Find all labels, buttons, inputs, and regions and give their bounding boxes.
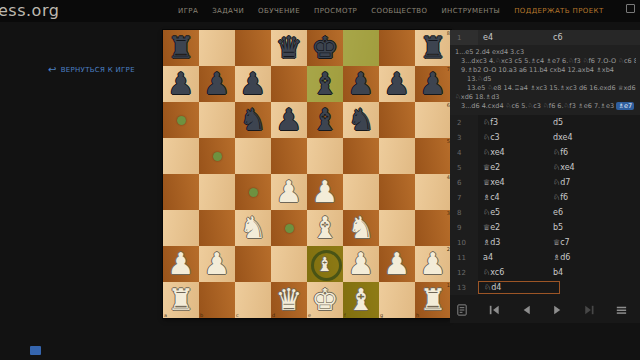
square-h3[interactable]: 3 bbox=[415, 210, 451, 246]
square-b3[interactable] bbox=[199, 210, 235, 246]
square-h6[interactable]: 6 bbox=[415, 102, 451, 138]
square-h2[interactable]: ♟2 bbox=[415, 246, 451, 282]
square-d5[interactable] bbox=[271, 138, 307, 174]
square-h8[interactable]: ♜8 bbox=[415, 30, 451, 66]
highlight-f8 bbox=[343, 30, 379, 66]
black-pawn: ♟ bbox=[235, 66, 271, 102]
move-number: 8 bbox=[450, 205, 478, 220]
square-b8[interactable] bbox=[199, 30, 235, 66]
black-move[interactable]: ♘f6 bbox=[548, 193, 640, 202]
square-g2[interactable]: ♟ bbox=[379, 246, 415, 282]
white-move[interactable]: ♘c3 bbox=[478, 131, 548, 144]
move-row-1: 1e4c6 bbox=[450, 30, 640, 45]
black-move[interactable]: c6 bbox=[548, 33, 640, 42]
white-rook: ♜ bbox=[415, 282, 451, 318]
square-a7[interactable]: ♟ bbox=[163, 66, 199, 102]
go-last-icon[interactable] bbox=[582, 303, 596, 317]
move-row-2: 2♘f3d5 bbox=[450, 115, 640, 130]
square-f6[interactable]: ♞ bbox=[343, 102, 379, 138]
white-pawn: ♟ bbox=[415, 246, 451, 282]
fullscreen-icon[interactable] bbox=[626, 4, 635, 13]
square-b1[interactable]: b bbox=[199, 282, 235, 318]
file-label: b bbox=[200, 312, 203, 318]
black-rook: ♜ bbox=[163, 30, 199, 66]
square-e6[interactable]: ♝ bbox=[307, 102, 343, 138]
square-f2[interactable]: ♟ bbox=[343, 246, 379, 282]
black-move[interactable]: ♘f6 bbox=[548, 148, 640, 157]
move-number: 6 bbox=[450, 175, 478, 190]
square-h1[interactable]: ♜1h bbox=[415, 282, 451, 318]
go-previous-icon[interactable] bbox=[519, 303, 533, 317]
square-b7[interactable]: ♟ bbox=[199, 66, 235, 102]
white-move[interactable]: e4 bbox=[478, 31, 548, 44]
rank-label: 8 bbox=[447, 30, 450, 36]
white-rook: ♜ bbox=[163, 282, 199, 318]
black-pawn: ♟ bbox=[199, 66, 235, 102]
black-move[interactable]: ♘d7 bbox=[548, 178, 640, 187]
square-d6[interactable]: ♟ bbox=[271, 102, 307, 138]
highlight-f1 bbox=[343, 282, 379, 318]
move-number: 12 bbox=[450, 265, 478, 280]
square-e2[interactable]: ♝ bbox=[307, 246, 343, 282]
white-queen: ♛ bbox=[271, 282, 307, 318]
black-pawn: ♟ bbox=[415, 66, 451, 102]
square-g3[interactable] bbox=[379, 210, 415, 246]
white-move[interactable]: ♘xc6 bbox=[478, 266, 548, 279]
square-h4[interactable]: 4 bbox=[415, 174, 451, 210]
square-b2[interactable]: ♟ bbox=[199, 246, 235, 282]
square-c6[interactable]: ♞ bbox=[235, 102, 271, 138]
square-a6[interactable] bbox=[163, 102, 199, 138]
white-king: ♚ bbox=[307, 282, 343, 318]
square-a2[interactable]: ♟ bbox=[163, 246, 199, 282]
square-c3[interactable]: ♞ bbox=[235, 210, 271, 246]
back-to-game-label: ВЕРНУТЬСЯ К ИГРЕ bbox=[61, 66, 135, 74]
move-number: 9 bbox=[450, 220, 478, 235]
move-number: 4 bbox=[450, 145, 478, 160]
square-f5[interactable] bbox=[343, 138, 379, 174]
variation-block: 1...e5 2.d4 exd4 3.c33...dxc3 4.♘xc3 c5 … bbox=[450, 45, 640, 115]
white-pawn: ♟ bbox=[343, 246, 379, 282]
file-label: g bbox=[380, 312, 383, 318]
square-a1[interactable]: ♜a bbox=[163, 282, 199, 318]
black-move[interactable]: ♘xe4 bbox=[548, 163, 640, 172]
square-b5[interactable] bbox=[199, 138, 235, 174]
square-g8[interactable] bbox=[379, 30, 415, 66]
square-a5[interactable] bbox=[163, 138, 199, 174]
move-row-9: 9♕e2b5 bbox=[450, 220, 640, 235]
nav-item[interactable]: ИГРА bbox=[178, 7, 198, 15]
go-first-icon[interactable] bbox=[487, 303, 501, 317]
square-g6[interactable] bbox=[379, 102, 415, 138]
black-pawn: ♟ bbox=[163, 66, 199, 102]
move-hint-dot bbox=[285, 224, 294, 233]
site-logo[interactable]: ess.org bbox=[0, 0, 59, 22]
move-list: 1e4c61...e5 2.d4 exd4 3.c33...dxc3 4.♘xc… bbox=[450, 30, 640, 295]
highlight-e7 bbox=[307, 66, 343, 102]
square-d1[interactable]: ♛d bbox=[271, 282, 307, 318]
white-move[interactable]: ♕e2 bbox=[478, 221, 548, 234]
white-move[interactable]: ♗c4 bbox=[478, 191, 548, 204]
square-c8[interactable] bbox=[235, 30, 271, 66]
file-label: e bbox=[308, 312, 311, 318]
square-f3[interactable]: ♞ bbox=[343, 210, 379, 246]
square-g5[interactable] bbox=[379, 138, 415, 174]
chess-board: ♜♛♚♜8♟♟♟♝♟♟♟7♞♟♝♞65♟♟4♞♝♞3♟♟♝♟♟♟2♜abc♛d♚… bbox=[163, 30, 451, 318]
black-move[interactable]: e6 bbox=[548, 208, 640, 217]
black-move[interactable]: b5 bbox=[548, 223, 640, 232]
move-list-panel: 1e4c61...e5 2.d4 exd4 3.c33...dxc3 4.♘xc… bbox=[450, 30, 640, 323]
square-c5[interactable] bbox=[235, 138, 271, 174]
black-pawn: ♟ bbox=[379, 66, 415, 102]
white-move[interactable]: ♗d3 bbox=[478, 236, 548, 249]
move-number: 11 bbox=[450, 250, 478, 265]
rank-label: 4 bbox=[447, 174, 450, 180]
square-c1[interactable]: c bbox=[235, 282, 271, 318]
square-c7[interactable]: ♟ bbox=[235, 66, 271, 102]
variation-text: 3...dxc3 4.♘xc3 c5 5.♗c4 ♗e7 6.♘f3 ♘f6 7… bbox=[461, 57, 636, 65]
move-hint-dot bbox=[177, 116, 186, 125]
rank-label: 1 bbox=[447, 282, 450, 288]
variation-line[interactable]: 13.e5 ♘e8 14.♖a4 ♗xc3 15.♗xc3 d6 16.exd6… bbox=[452, 84, 636, 93]
square-e5[interactable] bbox=[307, 138, 343, 174]
variation-line[interactable]: 13.♘d5 bbox=[452, 75, 636, 84]
variation-text: 13.e5 ♘e8 14.♖a4 ♗xc3 15.♗xc3 d6 16.exd6… bbox=[467, 84, 636, 92]
black-rook: ♜ bbox=[415, 30, 451, 66]
move-row-13: 13♘d4 bbox=[450, 280, 640, 295]
square-f4[interactable] bbox=[343, 174, 379, 210]
nav-item[interactable]: ПРОСМОТР bbox=[314, 7, 357, 15]
move-hint-dot bbox=[213, 152, 222, 161]
dragged-white-bishop: ♝ bbox=[307, 246, 343, 282]
top-navbar: ess.org ИГРАЗАДАЧИОБУЧЕНИЕПРОСМОТРСООБЩЕ… bbox=[0, 0, 640, 22]
square-g1[interactable]: g bbox=[379, 282, 415, 318]
file-label: a bbox=[164, 312, 167, 318]
move-number: 13 bbox=[450, 280, 478, 295]
white-pawn: ♟ bbox=[199, 246, 235, 282]
white-pawn: ♟ bbox=[163, 246, 199, 282]
rank-label: 7 bbox=[447, 66, 450, 72]
square-e8[interactable]: ♚ bbox=[307, 30, 343, 66]
square-a4[interactable] bbox=[163, 174, 199, 210]
white-knight: ♞ bbox=[343, 210, 379, 246]
square-f8[interactable] bbox=[343, 30, 379, 66]
black-king: ♚ bbox=[307, 30, 343, 66]
variation-text: 1...e5 2.d4 exd4 3.c3 bbox=[455, 48, 524, 56]
square-b4[interactable] bbox=[199, 174, 235, 210]
square-b6[interactable] bbox=[199, 102, 235, 138]
square-d7[interactable] bbox=[271, 66, 307, 102]
rank-label: 2 bbox=[447, 246, 450, 252]
black-knight: ♞ bbox=[235, 102, 271, 138]
white-pawn: ♟ bbox=[271, 174, 307, 210]
move-row-12: 12♘xc6b4 bbox=[450, 265, 640, 280]
white-move[interactable]: ♘e5 bbox=[478, 206, 548, 219]
square-d2[interactable] bbox=[271, 246, 307, 282]
move-number: 3 bbox=[450, 130, 478, 145]
move-row-5: 5♕e2♘xe4 bbox=[450, 160, 640, 175]
square-d4[interactable]: ♟ bbox=[271, 174, 307, 210]
square-f7[interactable]: ♟ bbox=[343, 66, 379, 102]
file-label: d bbox=[272, 312, 275, 318]
file-label: h bbox=[416, 312, 419, 318]
square-a8[interactable]: ♜ bbox=[163, 30, 199, 66]
variation-text: 9.♗b2 O-O 10.a3 a6 11.b4 cxb4 12.axb4 ♗x… bbox=[461, 66, 614, 74]
white-move[interactable]: a4 bbox=[478, 251, 548, 264]
variation-line[interactable]: 3...dxc3 4.♘xc3 c5 5.♗c4 ♗e7 6.♘f3 ♘f6 7… bbox=[452, 57, 636, 66]
white-move[interactable]: ♕e2 bbox=[478, 161, 548, 174]
rank-label: 3 bbox=[447, 210, 450, 216]
square-h5[interactable]: 5 bbox=[415, 138, 451, 174]
move-number: 1 bbox=[450, 30, 478, 45]
white-move[interactable]: ♘d4 bbox=[478, 281, 560, 294]
variation-line[interactable]: 1...e5 2.d4 exd4 3.c3 bbox=[452, 48, 636, 57]
nav-item[interactable]: СООБЩЕСТВО bbox=[371, 7, 427, 15]
feedback-icon[interactable] bbox=[30, 346, 41, 355]
square-e1[interactable]: ♚e bbox=[307, 282, 343, 318]
playback-controls bbox=[450, 301, 640, 319]
square-g4[interactable] bbox=[379, 174, 415, 210]
move-row-8: 8♘e5e6 bbox=[450, 205, 640, 220]
black-knight: ♞ bbox=[343, 102, 379, 138]
go-next-icon[interactable] bbox=[550, 303, 564, 317]
move-row-6: 6♕xe4♘d7 bbox=[450, 175, 640, 190]
black-move[interactable]: d5 bbox=[548, 118, 640, 127]
variation-line[interactable]: 9.♗b2 O-O 10.a3 a6 11.b4 cxb4 12.axb4 ♗x… bbox=[452, 66, 636, 75]
return-arrow-icon: ↩ bbox=[48, 66, 57, 74]
move-number: 2 bbox=[450, 115, 478, 130]
square-c2[interactable] bbox=[235, 246, 271, 282]
rank-label: 6 bbox=[447, 102, 450, 108]
move-number: 5 bbox=[450, 160, 478, 175]
black-move[interactable]: b4 bbox=[548, 268, 640, 277]
white-move[interactable]: ♘f3 bbox=[478, 116, 548, 129]
square-d3[interactable] bbox=[271, 210, 307, 246]
current-variation-move[interactable]: ♗e7 bbox=[616, 102, 634, 110]
variation-line[interactable]: 3...d6 4.cxd4 ♘c6 5.♘c3 ♘f6 6.♘f3 ♗e6 7.… bbox=[452, 102, 636, 111]
menu-icon[interactable] bbox=[614, 303, 628, 317]
notation-book-icon[interactable] bbox=[455, 303, 469, 317]
move-row-11: 11a4♗d6 bbox=[450, 250, 640, 265]
square-e3[interactable]: ♝ bbox=[307, 210, 343, 246]
black-pawn: ♟ bbox=[271, 102, 307, 138]
square-c4[interactable] bbox=[235, 174, 271, 210]
variation-text: 3...d6 4.cxd4 ♘c6 5.♘c3 ♘f6 6.♘f3 ♗e6 7.… bbox=[461, 102, 616, 110]
square-f1[interactable]: ♝f bbox=[343, 282, 379, 318]
variation-text: ♘xd6 18.♗d3 bbox=[455, 93, 499, 101]
file-label: f bbox=[344, 312, 346, 318]
black-pawn: ♟ bbox=[343, 66, 379, 102]
variation-line[interactable]: ♘xd6 18.♗d3 bbox=[452, 93, 636, 102]
square-a3[interactable] bbox=[163, 210, 199, 246]
square-h7[interactable]: ♟7 bbox=[415, 66, 451, 102]
white-pawn: ♟ bbox=[379, 246, 415, 282]
move-row-4: 4♘xe4♘f6 bbox=[450, 145, 640, 160]
white-bishop: ♝ bbox=[307, 210, 343, 246]
nav-item[interactable]: ЗАДАЧИ bbox=[212, 7, 244, 15]
nav-item[interactable]: ПОДДЕРЖАТЬ ПРОЕКТ bbox=[514, 7, 603, 15]
nav-item[interactable]: ОБУЧЕНИЕ bbox=[258, 7, 300, 15]
move-row-3: 3♘c3dxe4 bbox=[450, 130, 640, 145]
move-number: 7 bbox=[450, 190, 478, 205]
variation-text: 13.♘d5 bbox=[467, 75, 491, 83]
back-to-game-button[interactable]: ↩ ВЕРНУТЬСЯ К ИГРЕ bbox=[48, 66, 135, 74]
move-hint-dot bbox=[249, 188, 258, 197]
white-pawn: ♟ bbox=[307, 174, 343, 210]
file-label: c bbox=[236, 312, 239, 318]
white-move[interactable]: ♕xe4 bbox=[478, 176, 548, 189]
white-move[interactable]: ♘xe4 bbox=[478, 146, 548, 159]
black-move[interactable]: ♕c7 bbox=[548, 238, 640, 247]
move-row-10: 10♗d3♕c7 bbox=[450, 235, 640, 250]
nav-item[interactable]: ИНСТРУМЕНТЫ bbox=[441, 7, 500, 15]
main-menu: ИГРАЗАДАЧИОБУЧЕНИЕПРОСМОТРСООБЩЕСТВОИНСТ… bbox=[178, 0, 604, 22]
square-e4[interactable]: ♟ bbox=[307, 174, 343, 210]
square-g7[interactable]: ♟ bbox=[379, 66, 415, 102]
square-e7[interactable]: ♝ bbox=[307, 66, 343, 102]
black-bishop: ♝ bbox=[307, 102, 343, 138]
move-row-7: 7♗c4♘f6 bbox=[450, 190, 640, 205]
black-queen: ♛ bbox=[271, 30, 307, 66]
square-d8[interactable]: ♛ bbox=[271, 30, 307, 66]
black-move[interactable]: dxe4 bbox=[548, 133, 640, 142]
move-number: 10 bbox=[450, 235, 478, 250]
black-move[interactable]: ♗d6 bbox=[548, 253, 640, 262]
white-knight: ♞ bbox=[235, 210, 271, 246]
rank-label: 5 bbox=[447, 138, 450, 144]
